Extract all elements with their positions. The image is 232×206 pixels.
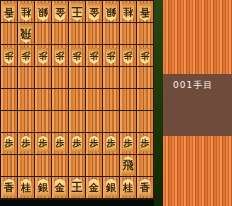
board-cell[interactable] — [103, 155, 120, 177]
piece-gote-gold[interactable]: 金 — [87, 3, 101, 21]
board-cell[interactable]: 金 — [52, 1, 69, 23]
board-cell[interactable] — [120, 111, 137, 133]
board-cell[interactable]: 王 — [69, 177, 86, 199]
piece-sente-silver[interactable]: 銀 — [36, 179, 50, 197]
piece-sente-king[interactable]: 王 — [70, 178, 84, 197]
board-cell[interactable]: 歩 — [35, 133, 52, 155]
board-cell[interactable]: 歩 — [52, 133, 69, 155]
board-bottom-edge — [0, 200, 154, 206]
board-cell[interactable] — [120, 89, 137, 111]
board-cell[interactable] — [137, 111, 154, 133]
board-cell[interactable]: 歩 — [1, 45, 18, 67]
board-cell[interactable]: 銀 — [103, 177, 120, 199]
board-cell[interactable] — [86, 23, 103, 45]
board-cell[interactable] — [1, 111, 18, 133]
piece-gote-pawn[interactable]: 歩 — [139, 48, 151, 64]
board-cell[interactable]: 桂 — [120, 177, 137, 199]
board-cell[interactable]: 歩 — [103, 45, 120, 67]
piece-sente-silver[interactable]: 銀 — [104, 179, 118, 197]
board-cell[interactable] — [69, 155, 86, 177]
board-cell[interactable]: 金 — [86, 1, 103, 23]
board-cell[interactable]: 歩 — [52, 45, 69, 67]
board-cell[interactable] — [1, 155, 18, 177]
board-cell[interactable]: 歩 — [69, 45, 86, 67]
piece-gote-pawn[interactable]: 歩 — [20, 48, 32, 64]
board-cell[interactable] — [18, 67, 35, 89]
board-cell[interactable]: 飛 — [18, 23, 35, 45]
piece-gote-gold[interactable]: 金 — [53, 3, 67, 21]
board-cell[interactable]: 歩 — [18, 45, 35, 67]
board-cell[interactable] — [18, 111, 35, 133]
board-cell[interactable] — [103, 111, 120, 133]
board-cell[interactable] — [120, 67, 137, 89]
board-cell[interactable]: 桂 — [18, 1, 35, 23]
board-cell[interactable]: 歩 — [86, 45, 103, 67]
piece-sente-rook[interactable]: 飛 — [121, 156, 135, 175]
board-cell[interactable]: 歩 — [35, 45, 52, 67]
board-cell[interactable]: 桂 — [120, 1, 137, 23]
board-cell[interactable] — [52, 89, 69, 111]
piece-sente-lance[interactable]: 香 — [2, 179, 16, 197]
piece-gote-pawn[interactable]: 歩 — [3, 48, 15, 64]
board-cell[interactable]: 歩 — [103, 133, 120, 155]
piece-gote-knight[interactable]: 桂 — [121, 3, 135, 21]
board-cell[interactable]: 王 — [69, 1, 86, 23]
piece-gote-king[interactable]: 王 — [70, 2, 84, 21]
shogi-board-area: 香桂銀金王金銀桂香飛歩歩歩歩歩歩歩歩歩歩歩歩歩歩歩歩歩歩飛香桂銀金王金銀桂香 — [0, 0, 154, 200]
piece-gote-pawn[interactable]: 歩 — [122, 48, 134, 64]
board-cell[interactable]: 金 — [86, 177, 103, 199]
board-cell[interactable]: 歩 — [69, 133, 86, 155]
board-cell[interactable]: 香 — [137, 177, 154, 199]
board-cell[interactable] — [137, 155, 154, 177]
board-cell[interactable] — [52, 155, 69, 177]
piece-sente-pawn[interactable]: 歩 — [20, 136, 32, 152]
board-cell[interactable] — [1, 67, 18, 89]
piece-sente-pawn[interactable]: 歩 — [139, 136, 151, 152]
board-cell[interactable]: 歩 — [1, 133, 18, 155]
board-cell[interactable] — [137, 67, 154, 89]
piece-sente-gold[interactable]: 金 — [87, 179, 101, 197]
board-cell[interactable] — [103, 67, 120, 89]
board-cell[interactable]: 銀 — [103, 1, 120, 23]
board-cell[interactable]: 金 — [52, 177, 69, 199]
board-cell[interactable]: 歩 — [120, 133, 137, 155]
board-cell[interactable] — [69, 23, 86, 45]
board-cell[interactable]: 歩 — [137, 45, 154, 67]
piece-sente-knight[interactable]: 桂 — [19, 179, 33, 197]
board-cell[interactable]: 歩 — [137, 133, 154, 155]
board-cell[interactable] — [1, 89, 18, 111]
piece-sente-pawn[interactable]: 歩 — [37, 136, 49, 152]
move-counter: 001手目 — [173, 80, 213, 90]
piece-gote-lance[interactable]: 香 — [138, 3, 152, 21]
board-cell[interactable] — [103, 23, 120, 45]
board-cell[interactable] — [103, 89, 120, 111]
board-cell[interactable] — [35, 155, 52, 177]
piece-sente-pawn[interactable]: 歩 — [3, 136, 15, 152]
message-window: 001手目 — [163, 74, 232, 136]
board-cell[interactable] — [52, 67, 69, 89]
piece-gote-pawn[interactable]: 歩 — [37, 48, 49, 64]
piece-sente-pawn[interactable]: 歩 — [122, 136, 134, 152]
board-cell[interactable] — [86, 155, 103, 177]
piece-gote-silver[interactable]: 銀 — [104, 3, 118, 21]
board-cell[interactable]: 銀 — [35, 177, 52, 199]
board-cell[interactable] — [52, 23, 69, 45]
piece-sente-lance[interactable]: 香 — [138, 179, 152, 197]
board-cell[interactable] — [18, 89, 35, 111]
piece-gote-pawn[interactable]: 歩 — [54, 48, 66, 64]
piece-sente-pawn[interactable]: 歩 — [71, 136, 83, 152]
board-cell[interactable] — [35, 23, 52, 45]
board-cell[interactable] — [35, 67, 52, 89]
piece-gote-pawn[interactable]: 歩 — [105, 48, 117, 64]
shogi-board: 香桂銀金王金銀桂香飛歩歩歩歩歩歩歩歩歩歩歩歩歩歩歩歩歩歩飛香桂銀金王金銀桂香 — [1, 1, 154, 199]
piece-sente-pawn[interactable]: 歩 — [88, 136, 100, 152]
board-cell[interactable] — [69, 89, 86, 111]
board-cell[interactable] — [86, 89, 103, 111]
piece-sente-pawn[interactable]: 歩 — [105, 136, 117, 152]
board-cell[interactable] — [35, 111, 52, 133]
board-cell[interactable]: 香 — [1, 1, 18, 23]
board-cell[interactable]: 歩 — [86, 133, 103, 155]
piece-gote-pawn[interactable]: 歩 — [88, 48, 100, 64]
board-cell[interactable]: 桂 — [18, 177, 35, 199]
board-cell[interactable] — [86, 67, 103, 89]
piece-sente-pawn[interactable]: 歩 — [54, 136, 66, 152]
board-cell[interactable] — [52, 111, 69, 133]
piece-gote-knight[interactable]: 桂 — [19, 3, 33, 21]
board-cell[interactable]: 歩 — [120, 45, 137, 67]
panel-divider — [154, 0, 163, 206]
piece-gote-silver[interactable]: 銀 — [36, 3, 50, 21]
board-cell[interactable] — [1, 23, 18, 45]
piece-sente-gold[interactable]: 金 — [53, 179, 67, 197]
board-cell[interactable] — [35, 89, 52, 111]
board-cell[interactable] — [18, 155, 35, 177]
board-cell[interactable]: 飛 — [120, 155, 137, 177]
piece-sente-knight[interactable]: 桂 — [121, 179, 135, 197]
board-cell[interactable]: 歩 — [18, 133, 35, 155]
board-cell[interactable] — [137, 89, 154, 111]
piece-gote-rook[interactable]: 飛 — [19, 24, 33, 43]
board-cell[interactable] — [86, 111, 103, 133]
board-cell[interactable] — [120, 23, 137, 45]
board-cell[interactable] — [137, 23, 154, 45]
board-cell[interactable] — [69, 67, 86, 89]
board-cell[interactable] — [69, 111, 86, 133]
piece-gote-pawn[interactable]: 歩 — [71, 48, 83, 64]
board-cell[interactable]: 香 — [1, 177, 18, 199]
board-cell[interactable]: 銀 — [35, 1, 52, 23]
piece-gote-lance[interactable]: 香 — [2, 3, 16, 21]
board-cell[interactable]: 香 — [137, 1, 154, 23]
